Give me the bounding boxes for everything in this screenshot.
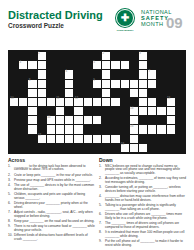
grid-cell[interactable] <box>56 135 64 143</box>
grid-block <box>176 80 184 88</box>
grid-block <box>130 61 138 69</box>
grid-cell[interactable] <box>19 98 27 106</box>
grid-block <box>148 52 156 60</box>
grid-cell[interactable]: 14 <box>130 107 138 115</box>
grid-block <box>28 144 36 152</box>
grid-block <box>157 144 165 152</box>
grid-cell[interactable] <box>102 61 110 69</box>
grid-block <box>84 61 92 69</box>
grid-cell[interactable] <box>167 125 175 133</box>
clue-item-text: NSC believes we need to change cultural … <box>105 165 186 176</box>
grid-cell[interactable] <box>157 107 165 115</box>
grid-cell[interactable] <box>74 116 82 124</box>
grid-block <box>111 89 119 97</box>
grid-block <box>176 98 184 106</box>
grid-cell[interactable]: 7 <box>148 70 156 78</box>
grid-block <box>65 52 73 60</box>
grid-block <box>19 52 27 60</box>
grid-block <box>121 98 129 106</box>
grid-cell[interactable]: 2 <box>102 52 110 60</box>
clue-item: 1.NSC believes we need to change cultura… <box>99 165 186 176</box>
grid-block <box>130 52 138 60</box>
clue-item-text: The use of ________ devices is by far th… <box>14 184 95 191</box>
clue-item-text: Children, occupants and pets are capable… <box>14 193 95 200</box>
grid-cell[interactable] <box>65 80 73 88</box>
grid-cell[interactable] <box>38 70 46 78</box>
grid-cell[interactable] <box>139 89 147 97</box>
grid-block <box>10 61 18 69</box>
grid-cell[interactable] <box>148 98 156 106</box>
grid-block <box>157 116 165 124</box>
clue-section: Across 1.________ to the driving task ha… <box>8 157 190 249</box>
grid-cell[interactable] <box>65 116 73 124</box>
grid-cell[interactable] <box>65 98 73 106</box>
grid-block <box>84 107 92 115</box>
grid-block <box>47 144 55 152</box>
grid-block <box>102 116 110 124</box>
grid-block <box>157 61 165 69</box>
grid-cell[interactable] <box>102 135 110 143</box>
grid-block <box>74 52 82 60</box>
grid-block <box>10 70 18 78</box>
grid-block <box>111 125 119 133</box>
grid-cell[interactable] <box>121 80 129 88</box>
grid-cell[interactable] <box>148 80 156 88</box>
grid-cell[interactable] <box>65 135 73 143</box>
grid-cell[interactable] <box>139 70 147 78</box>
grid-cell[interactable] <box>84 116 92 124</box>
clue-item: 3.Consider turning off, or putting on __… <box>99 186 186 193</box>
clue-item: 5.Talking to a passenger while driving i… <box>99 204 186 211</box>
grid-block <box>93 125 101 133</box>
grid-cell[interactable]: 1 <box>38 52 46 60</box>
grid-cell[interactable]: 16 <box>130 125 138 133</box>
clue-item: 2.According to estimates, ________ of te… <box>99 177 186 184</box>
clue-item: 7.The ________ times of drivers using ce… <box>99 222 186 229</box>
grid-cell[interactable] <box>38 80 46 88</box>
clue-number: 8 <box>29 79 31 82</box>
grid-block <box>176 116 184 124</box>
clue-item: 9.Put the cell phone out of ________ to … <box>99 240 186 247</box>
grid-cell[interactable] <box>28 116 36 124</box>
grid-cell[interactable] <box>56 125 64 133</box>
grid-block <box>121 52 129 60</box>
grid-block <box>111 52 119 60</box>
grid-cell[interactable] <box>130 89 138 97</box>
grid-cell[interactable]: 3 <box>139 52 147 60</box>
grid-block <box>148 144 156 152</box>
clue-item-text: It is estimated that more than 100 milli… <box>105 231 186 238</box>
grid-cell[interactable] <box>56 107 64 115</box>
grid-block <box>176 70 184 78</box>
grid-cell[interactable] <box>130 144 138 152</box>
grid-block <box>102 125 110 133</box>
clue-item: 9.There is no safe way to consume food o… <box>8 225 95 232</box>
grid-block <box>148 135 156 143</box>
grid-cell[interactable] <box>121 61 129 69</box>
nsc-cross-icon: ✚ <box>116 9 134 27</box>
grid-block <box>139 135 147 143</box>
clue-number: 18 <box>121 143 124 146</box>
grid-cell[interactable] <box>74 107 82 115</box>
grid-block <box>84 125 92 133</box>
grid-cell[interactable]: 6 <box>65 70 73 78</box>
grid-block <box>167 80 175 88</box>
clue-item-text: Drivers who use cell phones are ________… <box>105 213 186 220</box>
clue-item: 1.________ to the driving task has been … <box>8 165 95 172</box>
grid-cell[interactable] <box>139 61 147 69</box>
grid-block <box>38 107 46 115</box>
grid-block <box>176 107 184 115</box>
grid-cell[interactable] <box>84 98 92 106</box>
grid-cell[interactable] <box>139 107 147 115</box>
grid-block <box>74 61 82 69</box>
grid-block <box>121 89 129 97</box>
grid-block <box>102 107 110 115</box>
grid-cell[interactable] <box>28 61 36 69</box>
grid-cell[interactable] <box>28 107 36 115</box>
grid-block <box>56 61 64 69</box>
clue-number: 2 <box>102 52 104 55</box>
clue-item-text: ________ distraction may cause interfere… <box>105 195 186 202</box>
clue-item-text: Driving deserves your ________ priority … <box>14 202 95 209</box>
clue-item-text: There is no safe way to consume food or … <box>14 225 95 232</box>
grid-block <box>19 80 27 88</box>
grid-block <box>93 107 101 115</box>
clue-number: 10 <box>10 97 13 100</box>
grid-block <box>38 116 46 124</box>
clue-item: 8.It is estimated that more than 100 mil… <box>99 231 186 238</box>
grid-block <box>176 125 184 133</box>
grid-cell[interactable] <box>38 98 46 106</box>
grid-block <box>84 89 92 97</box>
clue-item: 5.Children, occupants and pets are capab… <box>8 193 95 200</box>
crossword-grid: 123456789101112131415161718 <box>8 50 186 154</box>
grid-cell[interactable] <box>93 135 101 143</box>
grid-block <box>28 52 36 60</box>
grid-cell[interactable]: 9 <box>93 80 101 88</box>
grid-block <box>10 80 18 88</box>
clue-item: 4.________ distraction may cause interfe… <box>99 195 186 202</box>
clue-number: 11 <box>56 97 59 100</box>
grid-cell[interactable] <box>102 80 110 88</box>
grid-cell[interactable] <box>93 116 101 124</box>
grid-cell[interactable] <box>102 89 110 97</box>
clue-number: 9 <box>93 79 95 82</box>
across-clues: Across 1.________ to the driving task ha… <box>8 157 99 249</box>
clue-item-text: Talking to a passenger while driving is … <box>105 204 186 211</box>
grid-cell[interactable] <box>157 125 165 133</box>
grid-block <box>19 125 27 133</box>
grid-block <box>56 52 64 60</box>
grid-cell[interactable] <box>111 80 119 88</box>
clue-number: 6 <box>66 70 68 73</box>
page-title: Distracted Driving <box>8 9 103 21</box>
grid-block <box>176 89 184 97</box>
grid-block <box>167 135 175 143</box>
grid-cell[interactable]: 11 <box>56 98 64 106</box>
grid-cell[interactable] <box>139 80 147 88</box>
grid-block <box>167 70 175 78</box>
grid-cell[interactable] <box>28 125 36 133</box>
grid-block <box>10 125 18 133</box>
grid-cell[interactable] <box>74 125 82 133</box>
clue-item: 3.Preview your map and GPS routes while … <box>8 179 95 183</box>
grid-cell[interactable] <box>130 135 138 143</box>
grid-block <box>47 70 55 78</box>
across-list: 1.________ to the driving task has been … <box>8 165 95 242</box>
clue-item: 2.Crate or keep pets ________ in the rea… <box>8 174 95 178</box>
grid-cell[interactable] <box>139 98 147 106</box>
grid-block <box>111 144 119 152</box>
grid-block <box>167 61 175 69</box>
grid-block <box>111 116 119 124</box>
grid-cell[interactable] <box>139 125 147 133</box>
grid-block <box>19 135 27 143</box>
grid-block <box>74 144 82 152</box>
grid-block <box>19 116 27 124</box>
grid-block <box>157 98 165 106</box>
grid-cell[interactable] <box>47 135 55 143</box>
grid-cell[interactable] <box>38 61 46 69</box>
across-heading: Across <box>8 157 95 163</box>
grid-block <box>19 70 27 78</box>
page-subtitle: Crossword Puzzle <box>8 22 103 29</box>
clue-item-text: ________ to the driving task has been ob… <box>14 165 95 172</box>
grid-cell[interactable] <box>148 125 156 133</box>
grid-block <box>157 135 165 143</box>
grid-block <box>65 144 73 152</box>
nsm-year: 09 <box>166 14 183 31</box>
grid-cell[interactable] <box>47 125 55 133</box>
grid-block <box>84 144 92 152</box>
grid-block <box>148 89 156 97</box>
grid-block <box>121 107 129 115</box>
clue-item-text: Adjust controls - radio, ________, seat,… <box>14 211 95 218</box>
grid-cell[interactable] <box>93 98 101 106</box>
clue-item-text: According to estimates, ________ of teen… <box>105 177 186 184</box>
clue-item-text: Keep your ________ on the road and focus… <box>14 220 95 224</box>
clue-number: 3 <box>139 52 141 55</box>
grid-cell[interactable] <box>38 89 46 97</box>
clue-item-text: The ________ times of drivers using cell… <box>105 222 186 229</box>
grid-block <box>74 80 82 88</box>
grid-cell[interactable] <box>111 61 119 69</box>
grid-cell[interactable] <box>28 89 36 97</box>
grid-cell[interactable] <box>28 98 36 106</box>
grid-block <box>74 70 82 78</box>
clue-item: 6.Driving deserves your ________ priorit… <box>8 202 95 209</box>
grid-block <box>130 98 138 106</box>
grid-block <box>19 107 27 115</box>
grid-block <box>157 52 165 60</box>
grid-block <box>84 70 92 78</box>
grid-block <box>121 70 129 78</box>
grid-cell[interactable] <box>65 125 73 133</box>
grid-block <box>10 144 18 152</box>
clue-number: 16 <box>130 125 133 128</box>
grid-cell[interactable] <box>139 144 147 152</box>
grid-block <box>93 144 101 152</box>
grid-cell[interactable] <box>102 70 110 78</box>
grid-block <box>56 80 64 88</box>
grid-cell[interactable] <box>56 116 64 124</box>
grid-block <box>102 144 110 152</box>
grid-cell[interactable] <box>130 80 138 88</box>
grid-cell[interactable]: 13 <box>167 98 175 106</box>
grid-block <box>167 144 175 152</box>
grid-cell[interactable]: 15 <box>47 116 55 124</box>
grid-cell[interactable] <box>65 89 73 97</box>
grid-cell[interactable] <box>111 98 119 106</box>
grid-block <box>167 52 175 60</box>
grid-block <box>148 116 156 124</box>
clue-number: 13 <box>167 97 170 100</box>
grid-cell[interactable] <box>148 107 156 115</box>
grid-block <box>157 80 165 88</box>
grid-block <box>139 116 147 124</box>
grid-cell[interactable] <box>84 135 92 143</box>
grid-block <box>93 52 101 60</box>
grid-block <box>19 144 27 152</box>
grid-block <box>38 144 46 152</box>
clue-number: 7 <box>148 70 150 73</box>
grid-block <box>19 89 27 97</box>
grid-block <box>56 144 64 152</box>
grid-block <box>47 61 55 69</box>
grid-cell[interactable]: 17 <box>38 135 46 143</box>
clue-item: 8.Keep your ________ on the road and foc… <box>8 220 95 224</box>
grid-cell[interactable] <box>47 98 55 106</box>
clue-number: 1 <box>38 52 40 55</box>
grid-cell[interactable]: 4 <box>19 61 27 69</box>
grid-block <box>56 70 64 78</box>
grid-block <box>84 52 92 60</box>
clue-number: 15 <box>47 116 50 119</box>
grid-cell[interactable]: 5 <box>93 61 101 69</box>
grid-cell[interactable]: 12 <box>74 98 82 106</box>
clue-item: 6.Drivers who use cell phones are ______… <box>99 213 186 220</box>
grid-cell[interactable] <box>167 107 175 115</box>
grid-block <box>111 107 119 115</box>
header: Distracted Driving Crossword Puzzle <box>8 9 103 29</box>
grid-block <box>176 52 184 60</box>
grid-block <box>65 107 73 115</box>
grid-block <box>157 70 165 78</box>
grid-cell[interactable]: 8 <box>28 80 36 88</box>
grid-block <box>28 135 36 143</box>
grid-block <box>10 107 18 115</box>
down-clues: Down 1.NSC believes we need to change cu… <box>99 157 190 249</box>
grid-block <box>10 135 18 143</box>
grid-cell[interactable] <box>102 98 110 106</box>
grid-cell[interactable]: 10 <box>10 98 18 106</box>
grid-block <box>121 116 129 124</box>
grid-block <box>130 70 138 78</box>
grid-cell[interactable] <box>167 116 175 124</box>
clue-number: 4 <box>20 61 22 64</box>
grid-block <box>157 89 165 97</box>
down-list: 1.NSC believes we need to change cultura… <box>99 165 186 248</box>
grid-block <box>121 125 129 133</box>
grid-block <box>176 135 184 143</box>
clue-item: 7.Adjust controls - radio, ________, sea… <box>8 211 95 218</box>
grid-block <box>47 52 55 60</box>
grid-block <box>176 144 184 152</box>
grid-block <box>111 70 119 78</box>
grid-block <box>47 89 55 97</box>
clue-item: 10.Different kinds of distractions have … <box>8 234 95 241</box>
clue-number: 14 <box>130 107 133 110</box>
down-heading: Down <box>99 157 186 163</box>
clue-item-text: Consider turning off, or putting on ____… <box>105 186 186 193</box>
grid-cell[interactable]: 18 <box>121 144 129 152</box>
crossword-worksheet: Distracted Driving Crossword Puzzle ✚ Pr… <box>0 0 194 250</box>
proud-member-label: Proud Member <box>114 29 136 32</box>
clue-item-text: Put the cell phone out of ________ to ma… <box>105 240 186 247</box>
clue-item-text: Different kinds of distractions have dif… <box>14 234 95 241</box>
grid-block <box>47 80 55 88</box>
clue-number: 12 <box>75 97 78 100</box>
grid-cell[interactable] <box>74 135 82 143</box>
clue-item-text: Preview your map and GPS routes while in… <box>14 179 95 183</box>
grid-block <box>176 61 184 69</box>
clue-item: 4.The use of ________ devices is by far … <box>8 184 95 191</box>
clue-number: 17 <box>38 134 41 137</box>
grid-block <box>10 52 18 60</box>
nsm-brand: ✚ Proud Member NATIONAL SAFETY MONTH 09 <box>114 8 192 36</box>
grid-block <box>93 89 101 97</box>
grid-block <box>10 116 18 124</box>
grid-block <box>84 80 92 88</box>
clue-number: 5 <box>93 61 95 64</box>
grid-cell[interactable] <box>111 135 119 143</box>
clue-item-text: Crate or keep pets ________ in the rear … <box>14 174 95 178</box>
